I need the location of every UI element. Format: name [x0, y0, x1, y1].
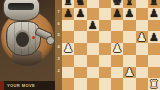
square-c1[interactable] — [87, 78, 99, 90]
square-g2[interactable] — [136, 67, 148, 79]
square-g1[interactable] — [136, 78, 148, 90]
opponent-panel: YOUR MOVE — [0, 0, 56, 90]
square-h6[interactable] — [148, 20, 160, 32]
square-h1[interactable]: ♜ — [148, 78, 160, 90]
square-c2[interactable] — [87, 67, 99, 79]
square-h7[interactable]: ♟ — [148, 8, 160, 20]
square-c7[interactable] — [87, 8, 99, 20]
square-e7[interactable]: ♟ — [111, 8, 123, 20]
square-f7[interactable]: ♟ — [123, 8, 135, 20]
square-b1[interactable] — [74, 78, 86, 90]
white-pawn[interactable]: ♟ — [111, 43, 123, 55]
square-f1[interactable] — [123, 78, 135, 90]
square-g5[interactable]: ♟ — [136, 31, 148, 43]
square-d7[interactable] — [99, 8, 111, 20]
square-d2[interactable] — [99, 67, 111, 79]
square-a2[interactable] — [62, 67, 74, 79]
white-pawn[interactable]: ♟ — [136, 31, 148, 43]
square-c8[interactable] — [87, 0, 99, 8]
white-pawn[interactable]: ♟ — [123, 67, 135, 79]
robot-red-light-icon — [32, 36, 35, 39]
black-pawn[interactable]: ♟ — [123, 8, 135, 20]
square-f6[interactable] — [123, 20, 135, 32]
rank-label-7: 7 — [55, 10, 62, 14]
square-b5[interactable] — [74, 31, 86, 43]
robot-hand — [46, 36, 55, 45]
white-pawn[interactable]: ♟ — [62, 43, 74, 55]
square-a1[interactable] — [62, 78, 74, 90]
robot-avatar — [0, 0, 55, 80]
black-pawn[interactable]: ♟ — [87, 20, 99, 32]
square-b4[interactable] — [74, 43, 86, 55]
square-a6[interactable] — [62, 20, 74, 32]
black-pawn[interactable]: ♟ — [74, 8, 86, 20]
turn-indicator: YOUR MOVE — [4, 81, 55, 90]
square-c5[interactable] — [87, 31, 99, 43]
square-a7[interactable]: ♟ — [62, 8, 74, 20]
square-f3[interactable] — [123, 55, 135, 67]
square-b2[interactable] — [74, 67, 86, 79]
square-d8[interactable] — [99, 0, 111, 8]
square-d1[interactable] — [99, 78, 111, 90]
square-d6[interactable] — [99, 20, 111, 32]
square-g3[interactable] — [136, 55, 148, 67]
square-e2[interactable] — [111, 67, 123, 79]
square-e6[interactable] — [111, 20, 123, 32]
square-c3[interactable] — [87, 55, 99, 67]
square-g4[interactable] — [136, 43, 148, 55]
square-d4[interactable] — [99, 43, 111, 55]
rank-label-5: 5 — [55, 33, 62, 37]
turn-indicator-label: YOUR MOVE — [4, 83, 35, 88]
square-a5[interactable] — [62, 31, 74, 43]
square-g8[interactable] — [136, 0, 148, 8]
square-d5[interactable] — [99, 31, 111, 43]
square-a4[interactable]: ♟ — [62, 43, 74, 55]
rank-label-2: 2 — [55, 69, 62, 73]
square-b7[interactable]: ♟ — [74, 8, 86, 20]
black-pawn[interactable]: ♟ — [111, 8, 123, 20]
square-f5[interactable] — [123, 31, 135, 43]
chess-board[interactable]: ♜♞♚♝♜♟♟♟♟♟♟♟♟♟♟♟♜ — [62, 0, 160, 90]
square-h3[interactable] — [148, 55, 160, 67]
black-pawn[interactable]: ♟ — [62, 8, 74, 20]
square-c4[interactable] — [87, 43, 99, 55]
square-b6[interactable] — [74, 20, 86, 32]
square-e3[interactable] — [111, 55, 123, 67]
white-rook[interactable]: ♜ — [148, 78, 160, 90]
square-d3[interactable] — [99, 55, 111, 67]
square-h5[interactable]: ♟ — [148, 31, 160, 43]
square-e4[interactable]: ♟ — [111, 43, 123, 55]
robot-core-icon — [14, 30, 31, 49]
square-g6[interactable] — [136, 20, 148, 32]
black-pawn[interactable]: ♟ — [148, 31, 160, 43]
square-g7[interactable] — [136, 8, 148, 20]
black-pawn[interactable]: ♟ — [148, 8, 160, 20]
rank-label-6: 6 — [55, 22, 62, 26]
square-b3[interactable] — [74, 55, 86, 67]
square-h4[interactable] — [148, 43, 160, 55]
rank-label-4: 4 — [55, 45, 62, 49]
robot-visor — [8, 3, 34, 10]
square-f4[interactable] — [123, 43, 135, 55]
square-f2[interactable]: ♟ — [123, 67, 135, 79]
square-a3[interactable] — [62, 55, 74, 67]
square-h2[interactable] — [148, 67, 160, 79]
rank-label-3: 3 — [55, 57, 62, 61]
square-c6[interactable]: ♟ — [87, 20, 99, 32]
square-e1[interactable] — [111, 78, 123, 90]
game-screen: YOUR MOVE 765432 ♜♞♚♝♜♟♟♟♟♟♟♟♟♟♟♟♜ — [0, 0, 160, 90]
square-e5[interactable] — [111, 31, 123, 43]
